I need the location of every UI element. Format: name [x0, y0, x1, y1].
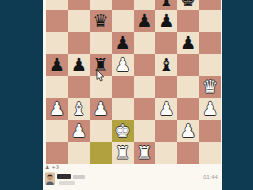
- square-e2[interactable]: [134, 120, 156, 142]
- square-g1[interactable]: [177, 142, 199, 164]
- piece-white-queen[interactable]: ♛: [202, 76, 218, 98]
- square-h6[interactable]: [199, 32, 221, 54]
- square-b7[interactable]: [68, 10, 90, 32]
- piece-white-rook[interactable]: ♜: [114, 142, 130, 164]
- square-d4[interactable]: [112, 76, 134, 98]
- square-f8[interactable]: ♝: [155, 0, 177, 10]
- square-c3[interactable]: ♟: [90, 98, 112, 120]
- square-c8[interactable]: [90, 0, 112, 10]
- piece-black-bishop[interactable]: ♝: [158, 54, 174, 76]
- square-h2[interactable]: [199, 120, 221, 142]
- piece-black-pawn[interactable]: ♟: [136, 10, 152, 32]
- square-e8[interactable]: [134, 0, 156, 10]
- square-h3[interactable]: ♟: [199, 98, 221, 120]
- square-g6[interactable]: ♟: [177, 32, 199, 54]
- piece-black-pawn[interactable]: ♟: [158, 10, 174, 32]
- piece-black-pawn[interactable]: ♟: [49, 54, 65, 76]
- square-f7[interactable]: ♟: [155, 10, 177, 32]
- piece-white-pawn[interactable]: ♟: [49, 98, 65, 120]
- square-h7[interactable]: [199, 10, 221, 32]
- square-e6[interactable]: [134, 32, 156, 54]
- square-g4[interactable]: [177, 76, 199, 98]
- piece-white-pawn[interactable]: ♟: [114, 54, 130, 76]
- square-a8[interactable]: [46, 0, 68, 10]
- piece-black-pawn[interactable]: ♟: [114, 32, 130, 54]
- piece-white-pawn[interactable]: ♟: [202, 98, 218, 120]
- square-b1[interactable]: [68, 142, 90, 164]
- square-c1[interactable]: [90, 142, 112, 164]
- square-d5[interactable]: ♟: [112, 54, 134, 76]
- piece-black-queen[interactable]: ♛: [93, 10, 109, 32]
- square-c6[interactable]: [90, 32, 112, 54]
- square-d6[interactable]: ♟: [112, 32, 134, 54]
- square-h5[interactable]: [199, 54, 221, 76]
- square-h1[interactable]: [199, 142, 221, 164]
- material-advantage: ♟ +3: [45, 164, 59, 170]
- player-subtitle-redacted: [59, 181, 75, 185]
- square-a7[interactable]: [46, 10, 68, 32]
- square-c5[interactable]: ♜: [90, 54, 112, 76]
- square-d3[interactable]: [112, 98, 134, 120]
- square-g3[interactable]: [177, 98, 199, 120]
- square-c4[interactable]: [90, 76, 112, 98]
- piece-white-king[interactable]: ♚: [114, 120, 130, 142]
- square-e3[interactable]: [134, 98, 156, 120]
- square-f3[interactable]: ♟: [155, 98, 177, 120]
- square-a3[interactable]: ♟: [46, 98, 68, 120]
- square-d8[interactable]: [112, 0, 134, 10]
- square-e5[interactable]: [134, 54, 156, 76]
- square-b2[interactable]: ♟: [68, 120, 90, 142]
- player-avatar[interactable]: [45, 172, 55, 185]
- player-clock: 01:44: [198, 174, 218, 180]
- square-g2[interactable]: ♟: [177, 120, 199, 142]
- piece-black-rook[interactable]: ♜: [93, 54, 109, 76]
- piece-white-pawn[interactable]: ♟: [158, 98, 174, 120]
- square-g5[interactable]: [177, 54, 199, 76]
- square-d1[interactable]: ♜: [112, 142, 134, 164]
- square-a1[interactable]: [46, 142, 68, 164]
- square-b3[interactable]: ♝: [68, 98, 90, 120]
- player-username-redacted: [57, 174, 71, 179]
- square-b6[interactable]: [68, 32, 90, 54]
- square-d2[interactable]: ♚: [112, 120, 134, 142]
- piece-white-rook[interactable]: ♜: [136, 142, 152, 164]
- square-a5[interactable]: ♟: [46, 54, 68, 76]
- piece-black-pawn[interactable]: ♟: [180, 32, 196, 54]
- piece-white-pawn[interactable]: ♟: [93, 98, 109, 120]
- app-screen: ♝♚♛♟♟♟♟♟♟♜♟♝♛♟♝♟♟♟♟♚♟♜♜ ♟ +3 01:44: [0, 0, 253, 190]
- square-b5[interactable]: ♟: [68, 54, 90, 76]
- square-f4[interactable]: [155, 76, 177, 98]
- square-h4[interactable]: ♛: [199, 76, 221, 98]
- square-d7[interactable]: [112, 10, 134, 32]
- chess-board[interactable]: ♝♚♛♟♟♟♟♟♟♜♟♝♛♟♝♟♟♟♟♚♟♜♜: [46, 0, 221, 164]
- player-rating-redacted: [73, 175, 85, 179]
- square-b8[interactable]: [68, 0, 90, 10]
- piece-white-pawn[interactable]: ♟: [71, 120, 87, 142]
- square-f5[interactable]: ♝: [155, 54, 177, 76]
- square-g8[interactable]: ♚: [177, 0, 199, 10]
- square-a4[interactable]: [46, 76, 68, 98]
- square-f2[interactable]: [155, 120, 177, 142]
- square-c7[interactable]: ♛: [90, 10, 112, 32]
- square-g7[interactable]: [177, 10, 199, 32]
- piece-white-pawn[interactable]: ♟: [180, 120, 196, 142]
- square-a2[interactable]: [46, 120, 68, 142]
- piece-black-king[interactable]: ♚: [180, 0, 196, 10]
- square-e1[interactable]: ♜: [134, 142, 156, 164]
- square-a6[interactable]: [46, 32, 68, 54]
- square-e4[interactable]: [134, 76, 156, 98]
- player-bar[interactable]: 01:44: [43, 171, 222, 190]
- square-f1[interactable]: [155, 142, 177, 164]
- square-c2[interactable]: [90, 120, 112, 142]
- square-e7[interactable]: ♟: [134, 10, 156, 32]
- piece-black-pawn[interactable]: ♟: [71, 54, 87, 76]
- square-b4[interactable]: [68, 76, 90, 98]
- square-h8[interactable]: [199, 0, 221, 10]
- piece-white-bishop[interactable]: ♝: [71, 98, 87, 120]
- piece-black-bishop[interactable]: ♝: [158, 0, 174, 10]
- square-f6[interactable]: [155, 32, 177, 54]
